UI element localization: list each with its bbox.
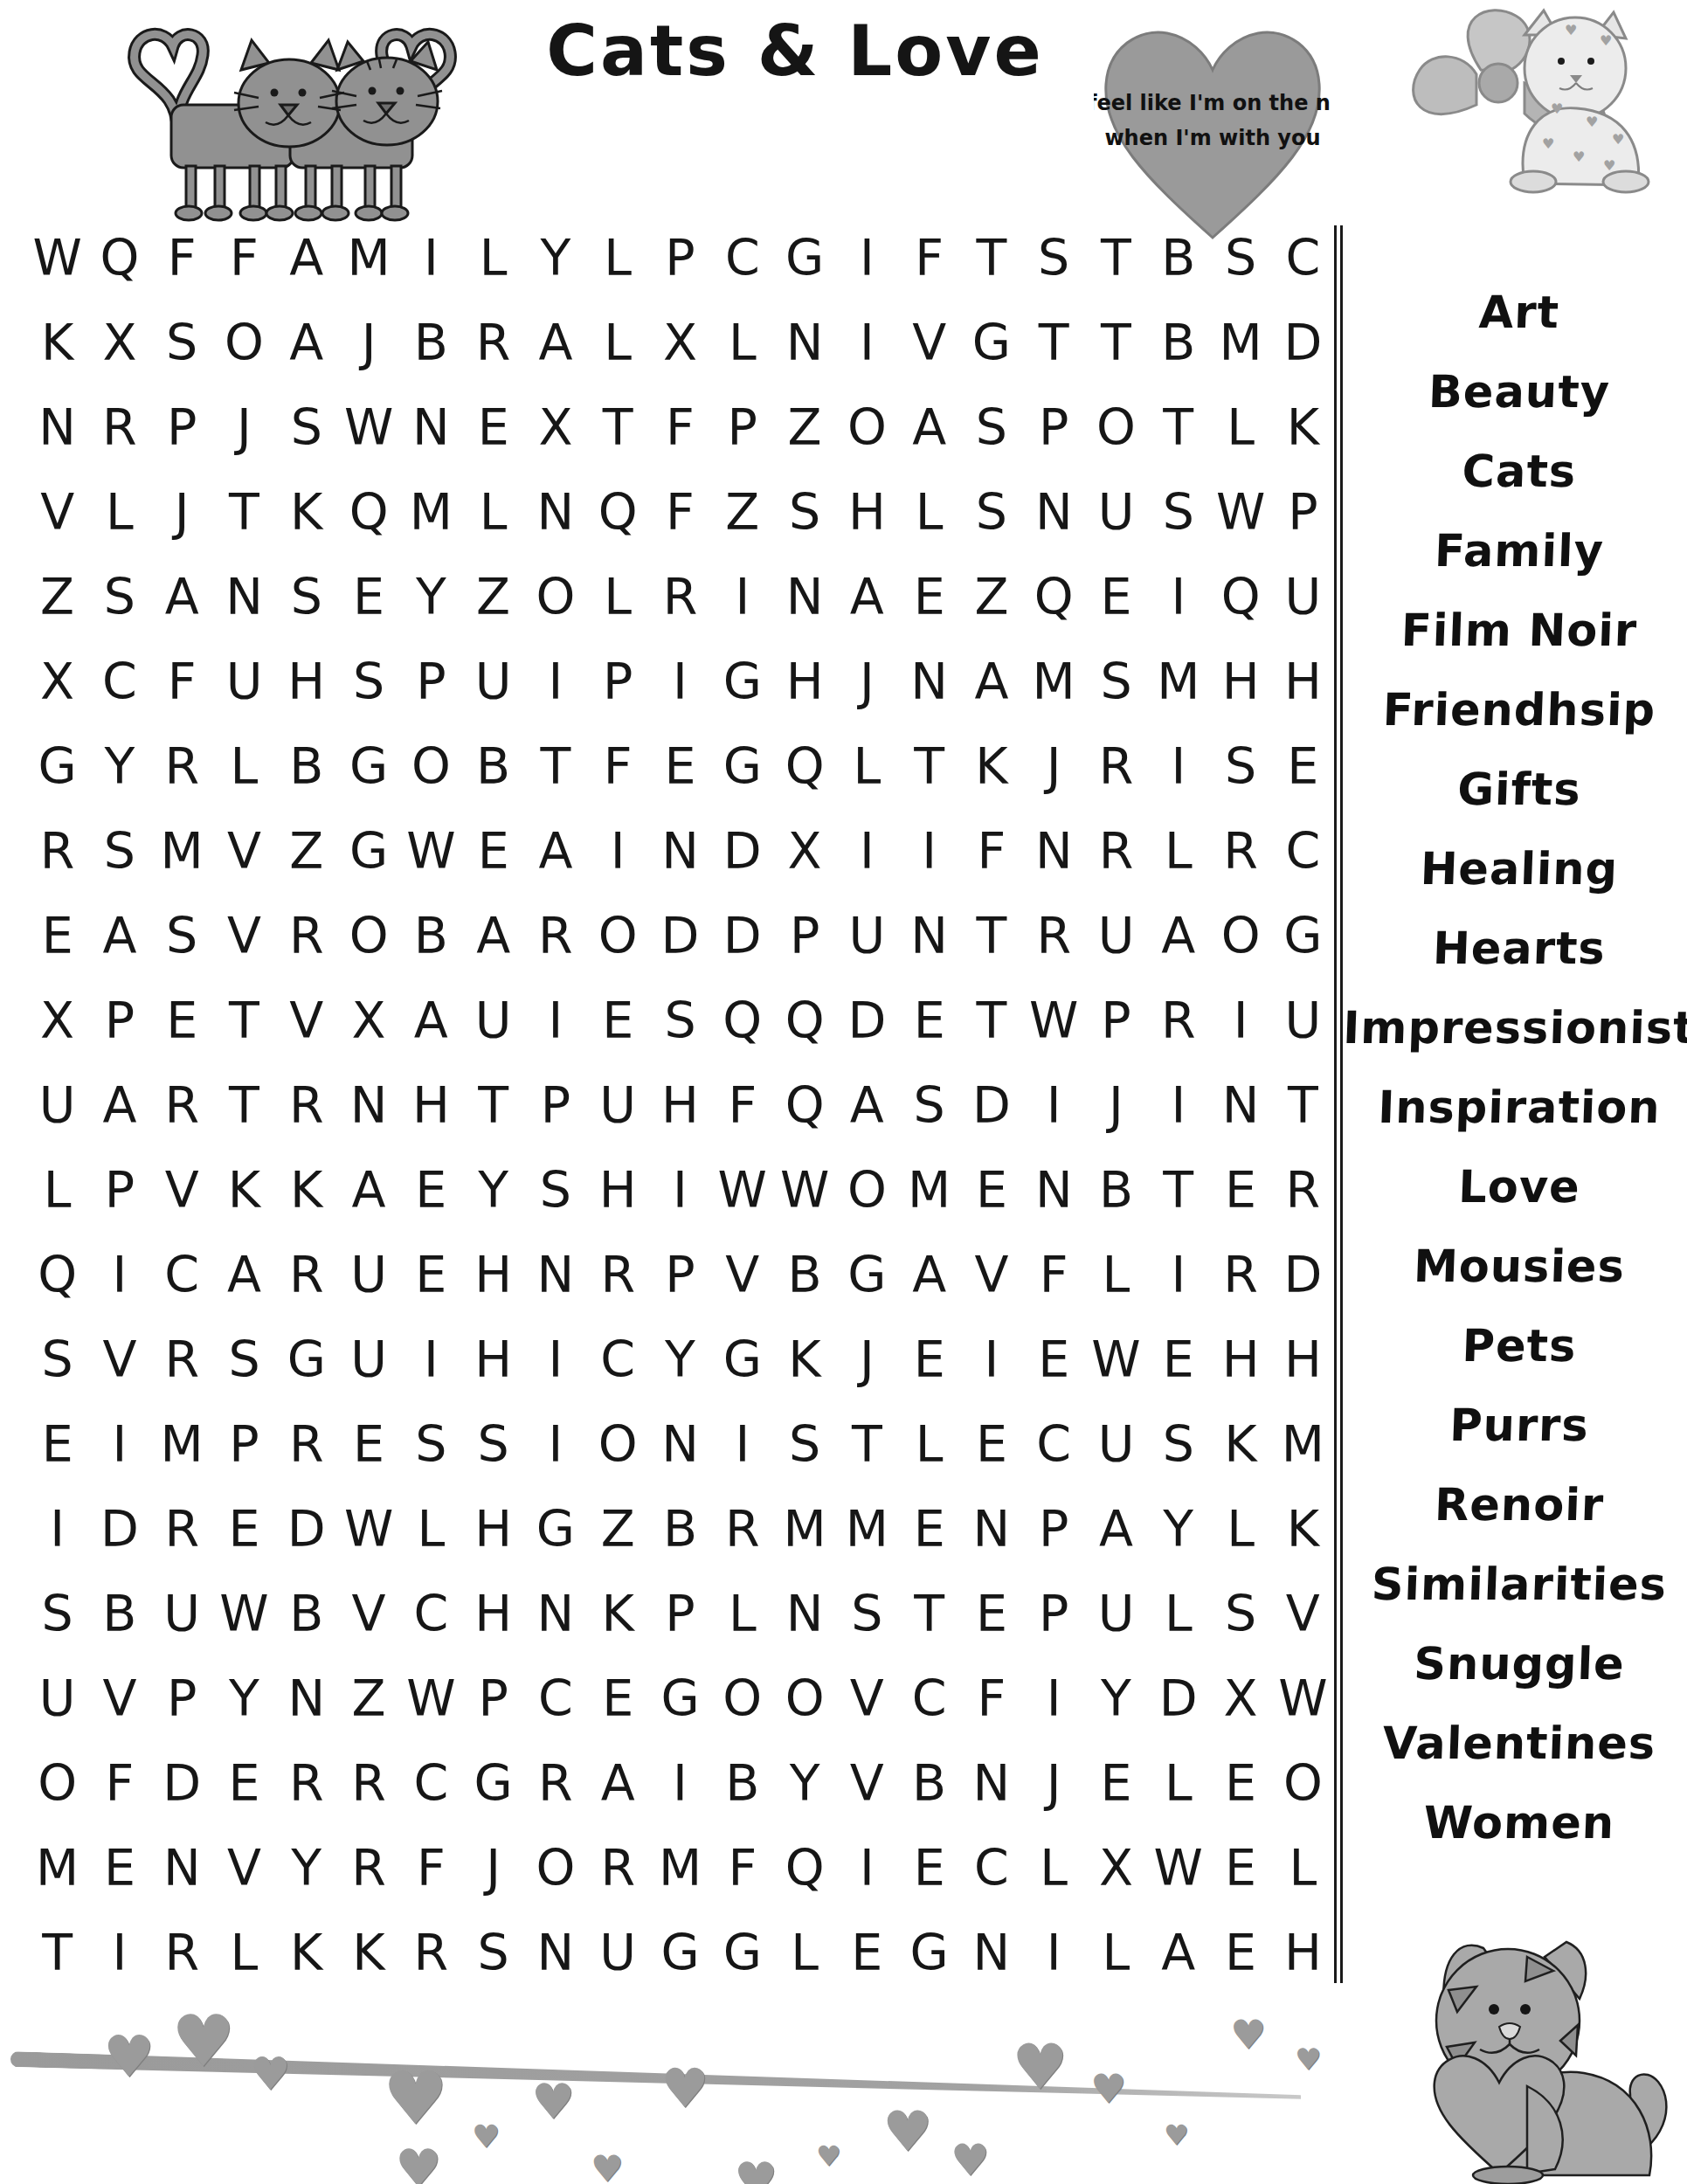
- grid-cell-r16c11[interactable]: B: [649, 1487, 711, 1572]
- grid-cell-r19c8[interactable]: G: [462, 1741, 524, 1826]
- grid-cell-r20c16[interactable]: C: [960, 1826, 1022, 1911]
- grid-cell-r16c21[interactable]: K: [1272, 1487, 1334, 1572]
- grid-cell-r12c9[interactable]: S: [524, 1148, 586, 1233]
- grid-cell-r12c20[interactable]: E: [1209, 1148, 1271, 1233]
- grid-cell-r7c8[interactable]: B: [462, 724, 524, 809]
- grid-cell-r18c16[interactable]: F: [960, 1656, 1022, 1741]
- grid-cell-r19c21[interactable]: O: [1272, 1741, 1334, 1826]
- grid-cell-r18c17[interactable]: I: [1023, 1656, 1085, 1741]
- grid-cell-r8c10[interactable]: I: [587, 809, 649, 894]
- grid-cell-r4c20[interactable]: W: [1209, 470, 1271, 555]
- grid-cell-r11c12[interactable]: F: [711, 1063, 773, 1148]
- grid-cell-r8c21[interactable]: C: [1272, 809, 1334, 894]
- grid-cell-r6c21[interactable]: H: [1272, 639, 1334, 724]
- grid-cell-r20c7[interactable]: F: [400, 1826, 462, 1911]
- grid-cell-r18c4[interactable]: Y: [213, 1656, 275, 1741]
- grid-cell-r11c9[interactable]: P: [524, 1063, 586, 1148]
- grid-cell-r10c4[interactable]: T: [213, 978, 275, 1063]
- grid-cell-r3c8[interactable]: E: [462, 385, 524, 470]
- grid-cell-r4c19[interactable]: S: [1147, 470, 1209, 555]
- grid-cell-r14c14[interactable]: J: [836, 1317, 898, 1402]
- grid-cell-r3c12[interactable]: P: [711, 385, 773, 470]
- grid-cell-r19c15[interactable]: B: [898, 1741, 960, 1826]
- grid-cell-r13c2[interactable]: I: [88, 1233, 150, 1317]
- grid-cell-r15c14[interactable]: T: [836, 1402, 898, 1487]
- grid-cell-r19c2[interactable]: F: [88, 1741, 150, 1826]
- grid-cell-r15c15[interactable]: L: [898, 1402, 960, 1487]
- grid-cell-r4c4[interactable]: T: [213, 470, 275, 555]
- grid-cell-r4c10[interactable]: Q: [587, 470, 649, 555]
- grid-cell-r20c14[interactable]: I: [836, 1826, 898, 1911]
- grid-cell-r7c13[interactable]: Q: [773, 724, 835, 809]
- grid-cell-r12c6[interactable]: A: [337, 1148, 399, 1233]
- grid-cell-r1c20[interactable]: S: [1209, 216, 1271, 301]
- grid-cell-r20c9[interactable]: O: [524, 1826, 586, 1911]
- grid-cell-r9c11[interactable]: D: [649, 894, 711, 978]
- grid-cell-r19c4[interactable]: E: [213, 1741, 275, 1826]
- grid-cell-r11c21[interactable]: T: [1272, 1063, 1334, 1148]
- grid-cell-r5c13[interactable]: N: [773, 555, 835, 639]
- grid-cell-r10c9[interactable]: I: [524, 978, 586, 1063]
- grid-cell-r5c9[interactable]: O: [524, 555, 586, 639]
- grid-cell-r7c7[interactable]: O: [400, 724, 462, 809]
- grid-cell-r8c3[interactable]: M: [151, 809, 213, 894]
- grid-cell-r4c1[interactable]: V: [26, 470, 88, 555]
- grid-cell-r20c12[interactable]: F: [711, 1826, 773, 1911]
- grid-cell-r11c5[interactable]: R: [275, 1063, 337, 1148]
- grid-cell-r6c15[interactable]: N: [898, 639, 960, 724]
- grid-cell-r20c10[interactable]: R: [587, 1826, 649, 1911]
- grid-cell-r4c17[interactable]: N: [1023, 470, 1085, 555]
- grid-cell-r6c1[interactable]: X: [26, 639, 88, 724]
- grid-cell-r5c4[interactable]: N: [213, 555, 275, 639]
- grid-cell-r13c1[interactable]: Q: [26, 1233, 88, 1317]
- grid-cell-r15c10[interactable]: O: [587, 1402, 649, 1487]
- grid-cell-r20c4[interactable]: V: [213, 1826, 275, 1911]
- grid-cell-r12c19[interactable]: T: [1147, 1148, 1209, 1233]
- grid-cell-r7c17[interactable]: J: [1023, 724, 1085, 809]
- grid-cell-r8c19[interactable]: L: [1147, 809, 1209, 894]
- grid-cell-r3c14[interactable]: O: [836, 385, 898, 470]
- grid-cell-r6c6[interactable]: S: [337, 639, 399, 724]
- grid-cell-r2c12[interactable]: L: [711, 301, 773, 385]
- grid-cell-r12c1[interactable]: L: [26, 1148, 88, 1233]
- grid-cell-r16c20[interactable]: L: [1209, 1487, 1271, 1572]
- grid-cell-r13c10[interactable]: R: [587, 1233, 649, 1317]
- grid-cell-r13c20[interactable]: R: [1209, 1233, 1271, 1317]
- grid-cell-r11c19[interactable]: I: [1147, 1063, 1209, 1148]
- word-item-purrs[interactable]: Purrs: [1350, 1386, 1687, 1465]
- grid-cell-r9c6[interactable]: O: [337, 894, 399, 978]
- grid-cell-r4c14[interactable]: H: [836, 470, 898, 555]
- grid-cell-r11c7[interactable]: H: [400, 1063, 462, 1148]
- grid-cell-r7c14[interactable]: L: [836, 724, 898, 809]
- grid-cell-r19c7[interactable]: C: [400, 1741, 462, 1826]
- grid-cell-r11c14[interactable]: A: [836, 1063, 898, 1148]
- grid-cell-r18c6[interactable]: Z: [337, 1656, 399, 1741]
- grid-cell-r10c20[interactable]: I: [1209, 978, 1271, 1063]
- grid-cell-r19c16[interactable]: N: [960, 1741, 1022, 1826]
- grid-cell-r17c9[interactable]: N: [524, 1572, 586, 1656]
- grid-cell-r13c6[interactable]: U: [337, 1233, 399, 1317]
- grid-cell-r8c5[interactable]: Z: [275, 809, 337, 894]
- grid-cell-r17c8[interactable]: H: [462, 1572, 524, 1656]
- grid-cell-r4c9[interactable]: N: [524, 470, 586, 555]
- grid-cell-r8c14[interactable]: I: [836, 809, 898, 894]
- grid-cell-r15c18[interactable]: U: [1085, 1402, 1147, 1487]
- grid-cell-r20c1[interactable]: M: [26, 1826, 88, 1911]
- grid-cell-r17c14[interactable]: S: [836, 1572, 898, 1656]
- grid-cell-r6c13[interactable]: H: [773, 639, 835, 724]
- grid-cell-r2c13[interactable]: N: [773, 301, 835, 385]
- grid-cell-r2c10[interactable]: L: [587, 301, 649, 385]
- grid-cell-r14c15[interactable]: E: [898, 1317, 960, 1402]
- grid-cell-r18c12[interactable]: O: [711, 1656, 773, 1741]
- grid-cell-r4c7[interactable]: M: [400, 470, 462, 555]
- word-item-film-noir[interactable]: Film Noir: [1350, 591, 1687, 670]
- grid-cell-r13c11[interactable]: P: [649, 1233, 711, 1317]
- grid-cell-r1c10[interactable]: L: [587, 216, 649, 301]
- grid-cell-r20c6[interactable]: R: [337, 1826, 399, 1911]
- grid-cell-r5c20[interactable]: Q: [1209, 555, 1271, 639]
- grid-cell-r9c2[interactable]: A: [88, 894, 150, 978]
- grid-cell-r4c5[interactable]: K: [275, 470, 337, 555]
- grid-cell-r13c7[interactable]: E: [400, 1233, 462, 1317]
- grid-cell-r15c20[interactable]: K: [1209, 1402, 1271, 1487]
- grid-cell-r18c18[interactable]: Y: [1085, 1656, 1147, 1741]
- grid-cell-r6c11[interactable]: I: [649, 639, 711, 724]
- grid-cell-r5c6[interactable]: E: [337, 555, 399, 639]
- grid-cell-r13c13[interactable]: B: [773, 1233, 835, 1317]
- grid-cell-r10c7[interactable]: A: [400, 978, 462, 1063]
- grid-cell-r18c1[interactable]: U: [26, 1656, 88, 1741]
- grid-cell-r13c15[interactable]: A: [898, 1233, 960, 1317]
- grid-cell-r18c10[interactable]: E: [587, 1656, 649, 1741]
- grid-cell-r15c6[interactable]: E: [337, 1402, 399, 1487]
- grid-cell-r17c3[interactable]: U: [151, 1572, 213, 1656]
- grid-cell-r8c7[interactable]: W: [400, 809, 462, 894]
- grid-cell-r7c2[interactable]: Y: [88, 724, 150, 809]
- grid-cell-r19c5[interactable]: R: [275, 1741, 337, 1826]
- grid-cell-r14c20[interactable]: H: [1209, 1317, 1271, 1402]
- grid-cell-r12c13[interactable]: W: [773, 1148, 835, 1233]
- grid-cell-r4c8[interactable]: L: [462, 470, 524, 555]
- grid-cell-r5c16[interactable]: Z: [960, 555, 1022, 639]
- grid-cell-r15c17[interactable]: C: [1023, 1402, 1085, 1487]
- grid-cell-r11c18[interactable]: J: [1085, 1063, 1147, 1148]
- grid-cell-r3c1[interactable]: N: [26, 385, 88, 470]
- grid-cell-r3c18[interactable]: O: [1085, 385, 1147, 470]
- grid-cell-r2c19[interactable]: B: [1147, 301, 1209, 385]
- grid-cell-r9c21[interactable]: G: [1272, 894, 1334, 978]
- grid-cell-r9c16[interactable]: T: [960, 894, 1022, 978]
- grid-cell-r3c9[interactable]: X: [524, 385, 586, 470]
- grid-cell-r1c16[interactable]: T: [960, 216, 1022, 301]
- grid-cell-r10c1[interactable]: X: [26, 978, 88, 1063]
- grid-cell-r6c2[interactable]: C: [88, 639, 150, 724]
- grid-cell-r19c9[interactable]: R: [524, 1741, 586, 1826]
- grid-cell-r19c17[interactable]: J: [1023, 1741, 1085, 1826]
- grid-cell-r8c20[interactable]: R: [1209, 809, 1271, 894]
- grid-cell-r18c15[interactable]: C: [898, 1656, 960, 1741]
- word-item-mousies[interactable]: Mousies: [1350, 1227, 1687, 1306]
- grid-cell-r17c20[interactable]: S: [1209, 1572, 1271, 1656]
- grid-cell-r3c17[interactable]: P: [1023, 385, 1085, 470]
- word-item-renoir[interactable]: Renoir: [1350, 1465, 1687, 1545]
- grid-cell-r14c19[interactable]: E: [1147, 1317, 1209, 1402]
- grid-cell-r6c7[interactable]: P: [400, 639, 462, 724]
- grid-cell-r7c6[interactable]: G: [337, 724, 399, 809]
- grid-cell-r14c10[interactable]: C: [587, 1317, 649, 1402]
- grid-cell-r6c10[interactable]: P: [587, 639, 649, 724]
- grid-cell-r11c10[interactable]: U: [587, 1063, 649, 1148]
- word-item-healing[interactable]: Healing: [1350, 829, 1687, 909]
- grid-cell-r2c11[interactable]: X: [649, 301, 711, 385]
- grid-cell-r7c20[interactable]: S: [1209, 724, 1271, 809]
- grid-cell-r2c16[interactable]: G: [960, 301, 1022, 385]
- grid-cell-r13c9[interactable]: N: [524, 1233, 586, 1317]
- grid-cell-r7c15[interactable]: T: [898, 724, 960, 809]
- word-item-valentines[interactable]: Valentines: [1350, 1704, 1687, 1783]
- grid-cell-r8c18[interactable]: R: [1085, 809, 1147, 894]
- grid-cell-r6c9[interactable]: I: [524, 639, 586, 724]
- grid-cell-r11c8[interactable]: T: [462, 1063, 524, 1148]
- grid-cell-r2c15[interactable]: V: [898, 301, 960, 385]
- grid-cell-r17c5[interactable]: B: [275, 1572, 337, 1656]
- grid-cell-r7c11[interactable]: E: [649, 724, 711, 809]
- grid-cell-r17c19[interactable]: L: [1147, 1572, 1209, 1656]
- grid-cell-r2c21[interactable]: D: [1272, 301, 1334, 385]
- grid-cell-r3c20[interactable]: L: [1209, 385, 1271, 470]
- grid-cell-r5c10[interactable]: L: [587, 555, 649, 639]
- grid-cell-r8c16[interactable]: F: [960, 809, 1022, 894]
- grid-cell-r5c18[interactable]: E: [1085, 555, 1147, 639]
- grid-cell-r19c3[interactable]: D: [151, 1741, 213, 1826]
- grid-cell-r11c15[interactable]: S: [898, 1063, 960, 1148]
- grid-cell-r15c4[interactable]: P: [213, 1402, 275, 1487]
- word-item-similarities[interactable]: Similarities: [1350, 1545, 1687, 1624]
- grid-cell-r17c12[interactable]: L: [711, 1572, 773, 1656]
- grid-cell-r16c2[interactable]: D: [88, 1487, 150, 1572]
- grid-cell-r9c18[interactable]: U: [1085, 894, 1147, 978]
- grid-cell-r1c21[interactable]: C: [1272, 216, 1334, 301]
- grid-cell-r12c12[interactable]: W: [711, 1148, 773, 1233]
- grid-cell-r17c21[interactable]: V: [1272, 1572, 1334, 1656]
- grid-cell-r12c4[interactable]: K: [213, 1148, 275, 1233]
- grid-cell-r9c17[interactable]: R: [1023, 894, 1085, 978]
- grid-cell-r14c13[interactable]: K: [773, 1317, 835, 1402]
- grid-cell-r7c10[interactable]: F: [587, 724, 649, 809]
- grid-cell-r3c6[interactable]: W: [337, 385, 399, 470]
- grid-cell-r14c18[interactable]: W: [1085, 1317, 1147, 1402]
- grid-cell-r19c12[interactable]: B: [711, 1741, 773, 1826]
- grid-cell-r12c17[interactable]: N: [1023, 1148, 1085, 1233]
- grid-cell-r20c20[interactable]: E: [1209, 1826, 1271, 1911]
- grid-cell-r10c11[interactable]: S: [649, 978, 711, 1063]
- grid-cell-r19c18[interactable]: E: [1085, 1741, 1147, 1826]
- grid-cell-r7c5[interactable]: B: [275, 724, 337, 809]
- grid-cell-r3c15[interactable]: A: [898, 385, 960, 470]
- grid-cell-r17c7[interactable]: C: [400, 1572, 462, 1656]
- grid-cell-r7c4[interactable]: L: [213, 724, 275, 809]
- grid-cell-r9c19[interactable]: A: [1147, 894, 1209, 978]
- grid-cell-r5c14[interactable]: A: [836, 555, 898, 639]
- grid-cell-r16c5[interactable]: D: [275, 1487, 337, 1572]
- grid-cell-r7c12[interactable]: G: [711, 724, 773, 809]
- word-item-pets[interactable]: Pets: [1350, 1306, 1687, 1386]
- grid-cell-r2c4[interactable]: O: [213, 301, 275, 385]
- grid-cell-r15c2[interactable]: I: [88, 1402, 150, 1487]
- grid-cell-r15c11[interactable]: N: [649, 1402, 711, 1487]
- word-item-gifts[interactable]: Gifts: [1350, 750, 1687, 829]
- grid-cell-r9c5[interactable]: R: [275, 894, 337, 978]
- grid-cell-r15c13[interactable]: S: [773, 1402, 835, 1487]
- grid-cell-r5c12[interactable]: I: [711, 555, 773, 639]
- grid-cell-r6c20[interactable]: H: [1209, 639, 1271, 724]
- grid-cell-r1c9[interactable]: Y: [524, 216, 586, 301]
- grid-cell-r5c15[interactable]: E: [898, 555, 960, 639]
- grid-cell-r8c15[interactable]: I: [898, 809, 960, 894]
- grid-cell-r19c14[interactable]: V: [836, 1741, 898, 1826]
- grid-cell-r2c6[interactable]: J: [337, 301, 399, 385]
- grid-cell-r1c11[interactable]: P: [649, 216, 711, 301]
- grid-cell-r14c3[interactable]: R: [151, 1317, 213, 1402]
- grid-cell-r17c17[interactable]: P: [1023, 1572, 1085, 1656]
- grid-cell-r5c3[interactable]: A: [151, 555, 213, 639]
- grid-cell-r17c2[interactable]: B: [88, 1572, 150, 1656]
- grid-cell-r18c13[interactable]: O: [773, 1656, 835, 1741]
- grid-cell-r7c21[interactable]: E: [1272, 724, 1334, 809]
- grid-cell-r5c2[interactable]: S: [88, 555, 150, 639]
- grid-cell-r10c6[interactable]: X: [337, 978, 399, 1063]
- grid-cell-r14c16[interactable]: I: [960, 1317, 1022, 1402]
- grid-cell-r20c5[interactable]: Y: [275, 1826, 337, 1911]
- grid-cell-r16c17[interactable]: P: [1023, 1487, 1085, 1572]
- grid-cell-r10c12[interactable]: Q: [711, 978, 773, 1063]
- grid-cell-r16c12[interactable]: R: [711, 1487, 773, 1572]
- grid-cell-r2c14[interactable]: I: [836, 301, 898, 385]
- grid-cell-r9c1[interactable]: E: [26, 894, 88, 978]
- word-search-grid[interactable]: WQFFAMILYLPCGIFTSTBSCKXSOAJBRALXLNIVGTTB…: [26, 216, 1334, 1995]
- grid-cell-r6c4[interactable]: U: [213, 639, 275, 724]
- grid-cell-r15c19[interactable]: S: [1147, 1402, 1209, 1487]
- grid-cell-r19c19[interactable]: L: [1147, 1741, 1209, 1826]
- grid-cell-r1c8[interactable]: L: [462, 216, 524, 301]
- grid-cell-r9c7[interactable]: B: [400, 894, 462, 978]
- grid-cell-r1c15[interactable]: F: [898, 216, 960, 301]
- grid-cell-r7c19[interactable]: I: [1147, 724, 1209, 809]
- grid-cell-r12c15[interactable]: M: [898, 1148, 960, 1233]
- grid-cell-r4c2[interactable]: L: [88, 470, 150, 555]
- grid-cell-r9c4[interactable]: V: [213, 894, 275, 978]
- grid-cell-r1c18[interactable]: T: [1085, 216, 1147, 301]
- word-item-hearts[interactable]: Hearts: [1350, 909, 1687, 988]
- grid-cell-r10c16[interactable]: T: [960, 978, 1022, 1063]
- grid-cell-r15c3[interactable]: M: [151, 1402, 213, 1487]
- grid-cell-r18c11[interactable]: G: [649, 1656, 711, 1741]
- grid-cell-r15c1[interactable]: E: [26, 1402, 88, 1487]
- grid-cell-r14c4[interactable]: S: [213, 1317, 275, 1402]
- grid-cell-r15c7[interactable]: S: [400, 1402, 462, 1487]
- grid-cell-r1c17[interactable]: S: [1023, 216, 1085, 301]
- word-item-art[interactable]: Art: [1350, 273, 1687, 352]
- grid-cell-r17c15[interactable]: T: [898, 1572, 960, 1656]
- grid-cell-r15c5[interactable]: R: [275, 1402, 337, 1487]
- grid-cell-r2c8[interactable]: R: [462, 301, 524, 385]
- grid-cell-r10c17[interactable]: W: [1023, 978, 1085, 1063]
- grid-cell-r2c3[interactable]: S: [151, 301, 213, 385]
- grid-cell-r3c11[interactable]: F: [649, 385, 711, 470]
- grid-cell-r15c21[interactable]: M: [1272, 1402, 1334, 1487]
- grid-cell-r14c9[interactable]: I: [524, 1317, 586, 1402]
- grid-cell-r7c1[interactable]: G: [26, 724, 88, 809]
- grid-cell-r2c5[interactable]: A: [275, 301, 337, 385]
- grid-cell-r18c7[interactable]: W: [400, 1656, 462, 1741]
- grid-cell-r18c9[interactable]: C: [524, 1656, 586, 1741]
- grid-cell-r5c17[interactable]: Q: [1023, 555, 1085, 639]
- grid-cell-r14c2[interactable]: V: [88, 1317, 150, 1402]
- grid-cell-r12c8[interactable]: Y: [462, 1148, 524, 1233]
- grid-cell-r8c8[interactable]: E: [462, 809, 524, 894]
- grid-cell-r16c14[interactable]: M: [836, 1487, 898, 1572]
- grid-cell-r1c4[interactable]: F: [213, 216, 275, 301]
- word-item-inspiration[interactable]: Inspiration: [1350, 1068, 1687, 1147]
- grid-cell-r17c6[interactable]: V: [337, 1572, 399, 1656]
- grid-cell-r16c4[interactable]: E: [213, 1487, 275, 1572]
- grid-cell-r19c20[interactable]: E: [1209, 1741, 1271, 1826]
- grid-cell-r1c3[interactable]: F: [151, 216, 213, 301]
- grid-cell-r20c19[interactable]: W: [1147, 1826, 1209, 1911]
- grid-cell-r10c21[interactable]: U: [1272, 978, 1334, 1063]
- grid-cell-r1c7[interactable]: I: [400, 216, 462, 301]
- grid-cell-r5c21[interactable]: U: [1272, 555, 1334, 639]
- grid-cell-r6c14[interactable]: J: [836, 639, 898, 724]
- grid-cell-r3c4[interactable]: J: [213, 385, 275, 470]
- grid-cell-r3c10[interactable]: T: [587, 385, 649, 470]
- grid-cell-r9c9[interactable]: R: [524, 894, 586, 978]
- grid-cell-r16c7[interactable]: L: [400, 1487, 462, 1572]
- grid-cell-r10c19[interactable]: R: [1147, 978, 1209, 1063]
- grid-cell-r2c1[interactable]: K: [26, 301, 88, 385]
- grid-cell-r18c5[interactable]: N: [275, 1656, 337, 1741]
- grid-cell-r16c8[interactable]: H: [462, 1487, 524, 1572]
- grid-cell-r1c2[interactable]: Q: [88, 216, 150, 301]
- grid-cell-r8c1[interactable]: R: [26, 809, 88, 894]
- grid-cell-r18c20[interactable]: X: [1209, 1656, 1271, 1741]
- grid-cell-r4c15[interactable]: L: [898, 470, 960, 555]
- grid-cell-r16c15[interactable]: E: [898, 1487, 960, 1572]
- grid-cell-r8c6[interactable]: G: [337, 809, 399, 894]
- grid-cell-r4c12[interactable]: Z: [711, 470, 773, 555]
- grid-cell-r12c3[interactable]: V: [151, 1148, 213, 1233]
- grid-cell-r1c14[interactable]: I: [836, 216, 898, 301]
- word-item-beauty[interactable]: Beauty: [1350, 352, 1687, 432]
- grid-cell-r5c19[interactable]: I: [1147, 555, 1209, 639]
- grid-cell-r12c10[interactable]: H: [587, 1148, 649, 1233]
- grid-cell-r13c14[interactable]: G: [836, 1233, 898, 1317]
- word-item-cats[interactable]: Cats: [1350, 432, 1687, 511]
- grid-cell-r9c8[interactable]: A: [462, 894, 524, 978]
- grid-cell-r13c16[interactable]: V: [960, 1233, 1022, 1317]
- grid-cell-r16c10[interactable]: Z: [587, 1487, 649, 1572]
- grid-cell-r13c19[interactable]: I: [1147, 1233, 1209, 1317]
- grid-cell-r17c1[interactable]: S: [26, 1572, 88, 1656]
- grid-cell-r16c16[interactable]: N: [960, 1487, 1022, 1572]
- grid-cell-r9c12[interactable]: D: [711, 894, 773, 978]
- grid-cell-r11c6[interactable]: N: [337, 1063, 399, 1148]
- grid-cell-r18c21[interactable]: W: [1272, 1656, 1334, 1741]
- grid-cell-r5c7[interactable]: Y: [400, 555, 462, 639]
